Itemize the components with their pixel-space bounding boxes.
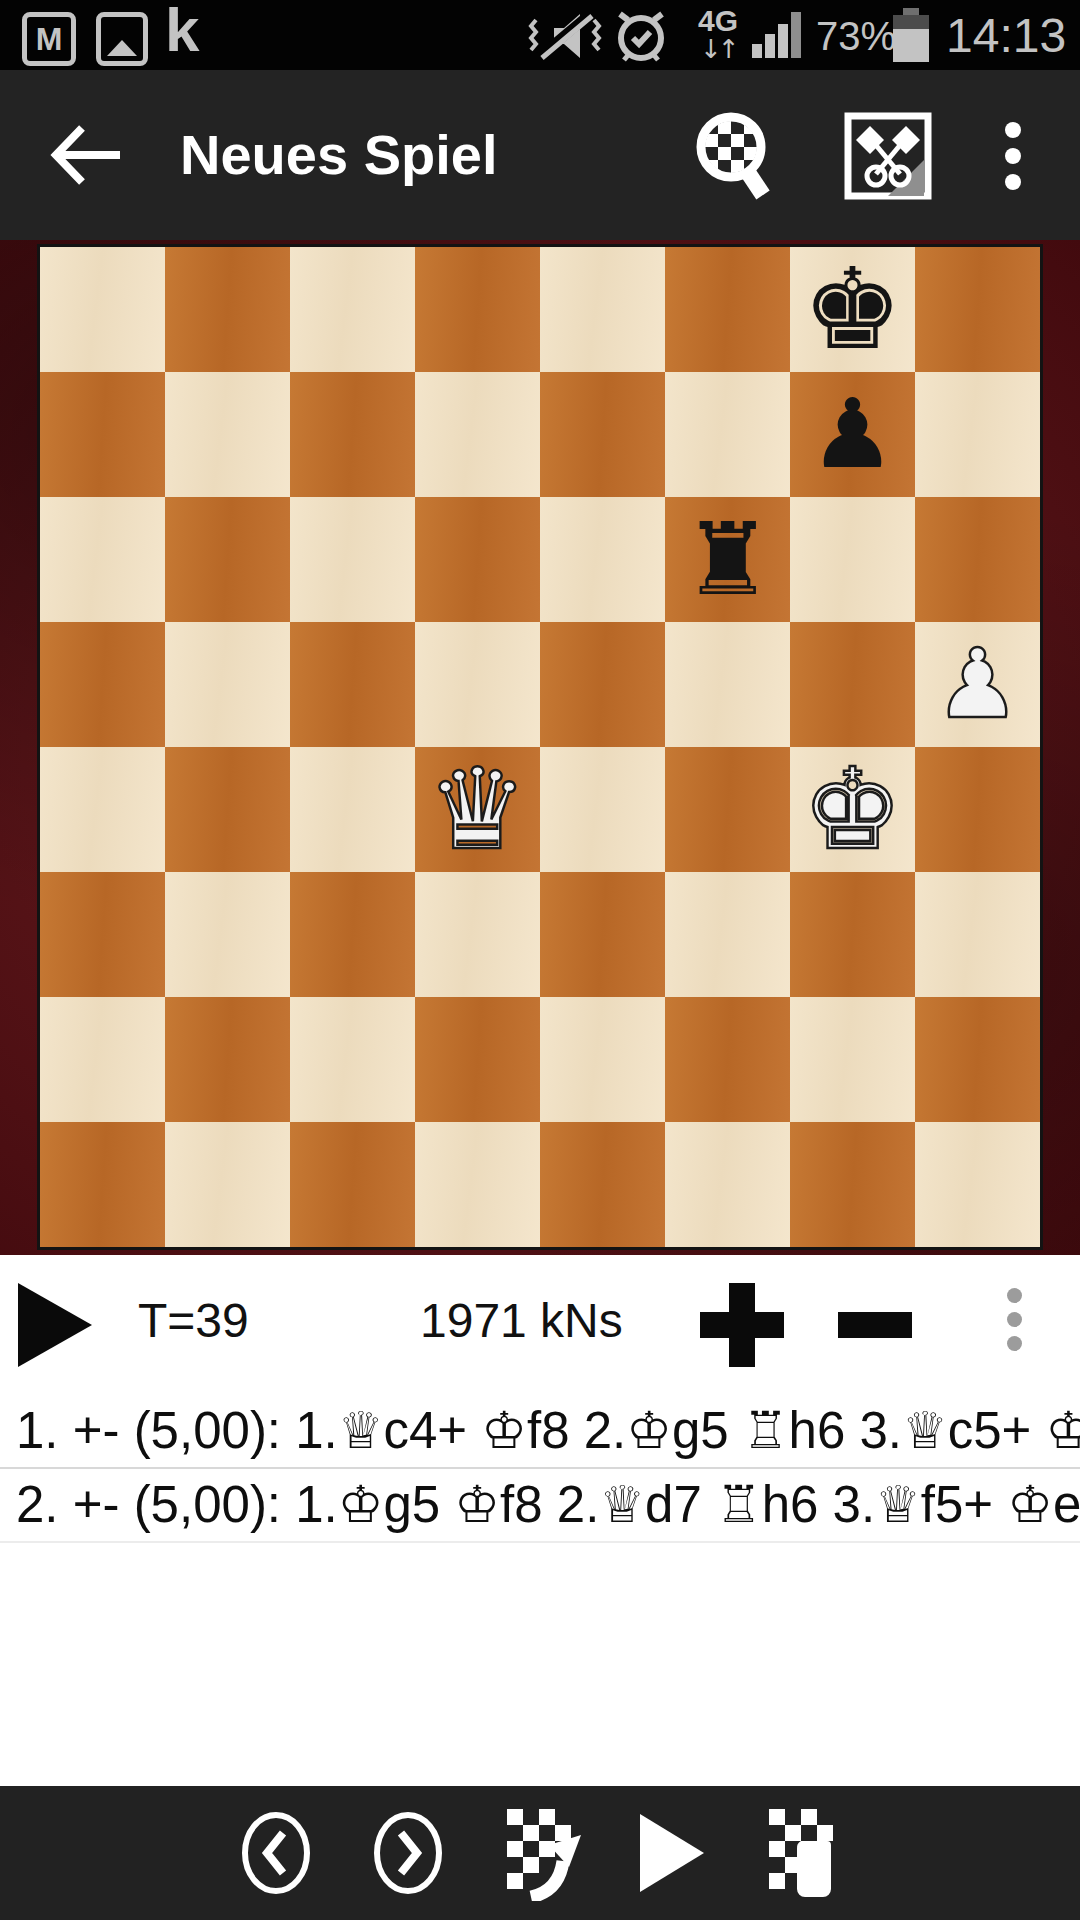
alarm-icon [612,8,670,64]
square-b2[interactable] [165,997,290,1122]
square-h8[interactable] [915,247,1040,372]
square-f5[interactable] [665,622,790,747]
square-a1[interactable] [40,1122,165,1247]
square-b5[interactable] [165,622,290,747]
square-b1[interactable] [165,1122,290,1247]
square-f2[interactable] [665,997,790,1122]
gmail-icon: M [22,12,76,66]
square-d7[interactable] [415,372,540,497]
square-g8[interactable]: ♚ [790,247,915,372]
square-b7[interactable] [165,372,290,497]
square-c2[interactable] [290,997,415,1122]
square-b4[interactable] [165,747,290,872]
board-copy-icon[interactable] [761,1805,847,1901]
square-e2[interactable] [540,997,665,1122]
engine-overflow-icon[interactable] [1002,1279,1026,1360]
square-f4[interactable] [665,747,790,872]
square-g5[interactable] [790,622,915,747]
square-h3[interactable] [915,872,1040,997]
next-move-icon[interactable] [365,1805,451,1901]
square-a8[interactable] [40,247,165,372]
square-c1[interactable] [290,1122,415,1247]
square-g2[interactable] [790,997,915,1122]
square-g3[interactable] [790,872,915,997]
engine-play-icon[interactable] [18,1283,92,1367]
square-d2[interactable] [415,997,540,1122]
gmail-letter: M [36,21,63,58]
square-h1[interactable] [915,1122,1040,1247]
square-f6[interactable]: ♜ [665,497,790,622]
square-a3[interactable] [40,872,165,997]
square-d1[interactable] [415,1122,540,1247]
status-bar: M k 4G ↓↑ 73% 14:13 [0,0,1080,70]
square-g7[interactable]: ♟ [790,372,915,497]
square-h5[interactable]: ♟ [915,622,1040,747]
square-b3[interactable] [165,872,290,997]
board-frame: ♚♟♜♟♛♚ [0,240,1080,1255]
autoplay-icon[interactable] [629,1805,715,1901]
k-app-icon: k [165,0,199,65]
square-f3[interactable] [665,872,790,997]
engine-depth: T=39 [138,1293,249,1348]
page-title: Neues Spiel [180,112,497,198]
black-pawn[interactable]: ♟ [809,372,895,497]
square-c6[interactable] [290,497,415,622]
square-e8[interactable] [540,247,665,372]
white-pawn[interactable]: ♟ [934,622,1020,747]
analysis-line-2[interactable]: 2. +- (5,00): 1.♔g5 ♔f8 2.♕d7 ♖h6 3.♕f5+… [0,1469,1080,1543]
white-queen[interactable]: ♛ [427,747,527,872]
black-king[interactable]: ♚ [802,247,902,372]
square-a5[interactable] [40,622,165,747]
battery-percent: 73% [816,14,896,59]
board-flip-load-icon[interactable] [497,1805,583,1901]
battery-icon [893,8,929,62]
analysis-list: 1. +- (5,00): 1.♕c4+ ♔f8 2.♔g5 ♖h6 3.♕c5… [0,1395,1080,1543]
status-time: 14:13 [946,8,1066,63]
overflow-menu-icon[interactable] [963,106,1063,206]
square-c7[interactable] [290,372,415,497]
square-a2[interactable] [40,997,165,1122]
gallery-icon [96,12,148,66]
square-h6[interactable] [915,497,1040,622]
square-a4[interactable] [40,747,165,872]
square-f1[interactable] [665,1122,790,1247]
prev-move-icon[interactable] [233,1805,319,1901]
chess-app-screen: M k 4G ↓↑ 73% 14:13 [0,0,1080,1920]
square-g6[interactable] [790,497,915,622]
square-h7[interactable] [915,372,1040,497]
network-type: 4G [698,6,738,36]
square-h4[interactable] [915,747,1040,872]
square-c5[interactable] [290,622,415,747]
square-b6[interactable] [165,497,290,622]
square-e7[interactable] [540,372,665,497]
data-arrows-icon: ↓↑ [700,34,736,64]
engine-bar: T=39 1971 kNs [0,1255,1080,1395]
square-c3[interactable] [290,872,415,997]
square-g1[interactable] [790,1122,915,1247]
minus-icon[interactable] [838,1312,912,1338]
square-b8[interactable] [165,247,290,372]
square-f8[interactable] [665,247,790,372]
square-e6[interactable] [540,497,665,622]
square-g4[interactable]: ♚ [790,747,915,872]
board-setup-icon[interactable] [838,106,938,206]
vibrate-mute-icon [528,12,602,60]
square-d6[interactable] [415,497,540,622]
back-arrow-icon[interactable] [48,118,128,192]
square-d5[interactable] [415,622,540,747]
white-king[interactable]: ♚ [802,747,902,872]
square-d3[interactable] [415,872,540,997]
chess-board: ♚♟♜♟♛♚ [37,244,1043,1250]
square-d4[interactable]: ♛ [415,747,540,872]
square-h2[interactable] [915,997,1040,1122]
square-e3[interactable] [540,872,665,997]
square-e1[interactable] [540,1122,665,1247]
square-d8[interactable] [415,247,540,372]
plus-icon[interactable] [700,1283,784,1367]
square-e4[interactable] [540,747,665,872]
engine-speed: 1971 kNs [420,1293,623,1348]
signal-bars-icon [752,12,808,58]
square-c8[interactable] [290,247,415,372]
square-e5[interactable] [540,622,665,747]
square-a6[interactable] [40,497,165,622]
square-c4[interactable] [290,747,415,872]
analysis-search-icon[interactable] [685,106,785,206]
bottom-toolbar [0,1786,1080,1920]
app-bar: Neues Spiel [0,70,1080,240]
square-f7[interactable] [665,372,790,497]
analysis-line-1[interactable]: 1. +- (5,00): 1.♕c4+ ♔f8 2.♔g5 ♖h6 3.♕c5… [0,1395,1080,1469]
square-a7[interactable] [40,372,165,497]
black-rook[interactable]: ♜ [683,497,773,622]
